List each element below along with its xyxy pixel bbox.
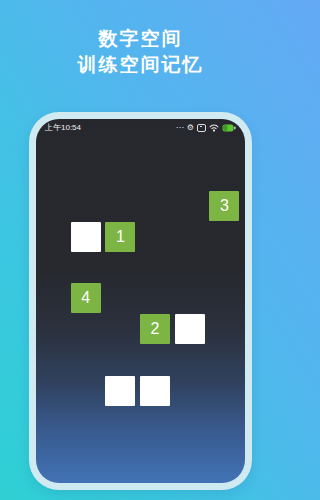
tile-number-3[interactable]: 3 (209, 191, 239, 221)
tile-blank[interactable] (175, 314, 205, 344)
tile-blank[interactable] (71, 222, 101, 252)
tile-number-2[interactable]: 2 (140, 314, 170, 344)
promo-page: { "header": { "title": "数字空间", "subtitle… (0, 0, 281, 500)
app-header: 数字空间 训练空间记忆 (0, 26, 281, 78)
tile-number-1[interactable]: 1 (105, 222, 135, 252)
tile-blank[interactable] (105, 376, 135, 406)
game-board: 3142 (36, 130, 244, 406)
app-title: 数字空间 (0, 26, 281, 52)
tile-number-4[interactable]: 4 (71, 283, 101, 313)
tile-blank[interactable] (140, 376, 170, 406)
phone-mockup: 上午10:54 ⋯ ⚙ 3142 (29, 112, 252, 490)
app-subtitle: 训练空间记忆 (0, 52, 281, 78)
phone-screen: 上午10:54 ⋯ ⚙ 3142 (36, 119, 245, 483)
